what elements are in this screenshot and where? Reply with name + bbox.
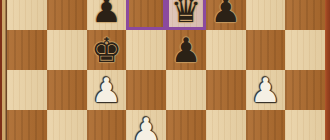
board-square-r2c5[interactable] xyxy=(206,70,246,110)
board-square-r0c0[interactable] xyxy=(7,0,47,30)
board-square-r2c4[interactable] xyxy=(166,70,206,110)
board-left-border xyxy=(0,0,7,140)
board-square-r3c5[interactable] xyxy=(206,110,246,140)
black-king-piece[interactable]: ♚ xyxy=(87,30,127,70)
board-square-r1c7[interactable] xyxy=(285,30,325,70)
board-square-r0c7[interactable] xyxy=(285,0,325,30)
black-pawn-piece[interactable]: ♟ xyxy=(166,30,206,70)
board-square-r3c0[interactable] xyxy=(7,110,47,140)
board-square-r3c2[interactable] xyxy=(87,110,127,140)
board-square-r2c2[interactable]: ♟ xyxy=(87,70,127,110)
board-square-r3c6[interactable] xyxy=(246,110,286,140)
board-square-r0c4[interactable]: ♛ xyxy=(166,0,206,30)
white-pawn-piece[interactable]: ♟ xyxy=(126,110,166,140)
board-square-r2c6[interactable]: ♟ xyxy=(246,70,286,110)
chess-app-screenshot: ♟♛♟♚♟♟♟♟ xyxy=(0,0,330,140)
board-square-r1c0[interactable] xyxy=(7,30,47,70)
board-square-r1c3[interactable] xyxy=(126,30,166,70)
white-pawn-piece[interactable]: ♟ xyxy=(87,70,127,110)
board-square-r3c3[interactable]: ♟ xyxy=(126,110,166,140)
black-pawn-piece[interactable]: ♟ xyxy=(87,0,127,30)
board-square-r0c1[interactable] xyxy=(47,0,87,30)
board-square-r0c2[interactable]: ♟ xyxy=(87,0,127,30)
board-square-r3c1[interactable] xyxy=(47,110,87,140)
board-square-r3c7[interactable] xyxy=(285,110,325,140)
board-right-border xyxy=(325,0,330,140)
board-square-r2c7[interactable] xyxy=(285,70,325,110)
board-square-r1c1[interactable] xyxy=(47,30,87,70)
board-square-r2c0[interactable] xyxy=(7,70,47,110)
black-pawn-piece[interactable]: ♟ xyxy=(206,0,246,30)
board-square-r2c1[interactable] xyxy=(47,70,87,110)
board-square-r1c2[interactable]: ♚ xyxy=(87,30,127,70)
chess-board: ♟♛♟♚♟♟♟♟ xyxy=(7,0,325,140)
board-square-r1c6[interactable] xyxy=(246,30,286,70)
black-queen-piece[interactable]: ♛ xyxy=(166,0,206,30)
board-square-r0c6[interactable] xyxy=(246,0,286,30)
board-square-r0c5[interactable]: ♟ xyxy=(206,0,246,30)
board-square-r1c4[interactable]: ♟ xyxy=(166,30,206,70)
board-square-r2c3[interactable] xyxy=(126,70,166,110)
board-square-r1c5[interactable] xyxy=(206,30,246,70)
white-pawn-piece[interactable]: ♟ xyxy=(246,70,286,110)
board-square-r3c4[interactable] xyxy=(166,110,206,140)
board-square-r0c3[interactable] xyxy=(126,0,166,30)
